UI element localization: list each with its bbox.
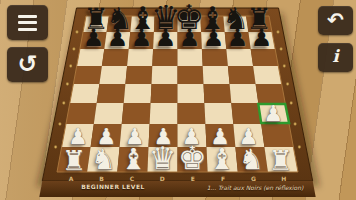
board-square[interactable] — [230, 84, 259, 103]
board-square[interactable] — [94, 103, 124, 124]
chess-piece-white-bishop[interactable]: ♝ — [120, 145, 146, 174]
brass-pin — [280, 48, 283, 51]
brass-pin — [62, 102, 65, 105]
board-square[interactable] — [178, 84, 205, 103]
undo-icon: ↶ — [327, 10, 344, 30]
file-letter: B — [99, 175, 104, 182]
chess-piece-black-pawn[interactable]: ♟ — [251, 26, 273, 50]
chess-piece-white-knight[interactable]: ♞ — [239, 146, 264, 174]
file-letter: G — [251, 175, 256, 182]
board-square[interactable] — [231, 103, 261, 124]
info-icon: i — [332, 48, 338, 65]
brass-pin — [76, 31, 79, 34]
chess-piece-white-pawn[interactable]: ♟ — [264, 103, 284, 125]
board-square[interactable] — [253, 66, 282, 84]
board-square[interactable] — [99, 66, 127, 84]
chess-piece-black-pawn[interactable]: ♟ — [227, 26, 249, 50]
chess-piece-white-rook[interactable]: ♜ — [62, 147, 86, 174]
board-square[interactable] — [70, 84, 100, 103]
board-square[interactable] — [228, 66, 256, 84]
board-square[interactable] — [150, 103, 178, 124]
board-front-face — [39, 181, 315, 197]
info-button[interactable]: i — [318, 43, 353, 72]
board-square[interactable] — [124, 84, 152, 103]
file-letter: C — [130, 175, 135, 182]
board-square[interactable] — [256, 84, 286, 103]
brass-pin — [286, 83, 289, 86]
board-square[interactable] — [73, 66, 102, 84]
brass-pin — [283, 65, 286, 68]
board-square[interactable] — [97, 84, 126, 103]
brass-pin — [66, 83, 69, 86]
chess-piece-white-rook[interactable]: ♜ — [269, 147, 293, 174]
brass-pin — [69, 65, 72, 68]
brass-pin — [294, 123, 297, 126]
board-square[interactable] — [204, 84, 232, 103]
board-square[interactable] — [261, 124, 293, 147]
chess-piece-white-bishop[interactable]: ♝ — [209, 145, 235, 174]
board-square[interactable] — [203, 66, 230, 84]
hamburger-icon — [18, 15, 37, 31]
chess-piece-black-pawn[interactable]: ♟ — [179, 26, 201, 50]
chess-piece-white-queen[interactable]: ♛ — [149, 143, 177, 174]
brass-pin — [54, 146, 57, 149]
chess-piece-black-pawn[interactable]: ♟ — [203, 26, 225, 50]
chess-app-screen: ABCDEFGH ♜♞♝♛♚♝♞♜♟♟♟♟♟♟♟♟♟♟♟♟♟♟♟♟♜♞♝♛♚♝♞… — [0, 0, 356, 200]
brass-pin — [73, 48, 76, 51]
board-square[interactable] — [125, 66, 152, 84]
chess-piece-white-knight[interactable]: ♞ — [91, 146, 116, 174]
brass-pin — [298, 146, 301, 149]
chess-piece-white-king[interactable]: ♚ — [178, 142, 207, 174]
board-square[interactable] — [178, 66, 204, 84]
brass-pin — [59, 123, 62, 126]
chess-piece-black-pawn[interactable]: ♟ — [155, 26, 177, 50]
chess-piece-black-pawn[interactable]: ♟ — [107, 26, 129, 50]
chess-piece-black-pawn[interactable]: ♟ — [83, 26, 105, 50]
brass-pin — [277, 31, 280, 34]
board-square[interactable] — [151, 84, 178, 103]
menu-button[interactable] — [7, 5, 48, 40]
file-letter: H — [281, 175, 286, 182]
board-square[interactable] — [122, 103, 151, 124]
board-square[interactable] — [66, 103, 97, 124]
chess-piece-black-pawn[interactable]: ♟ — [131, 26, 153, 50]
board-square[interactable] — [204, 103, 233, 124]
rotate-icon: ↺ — [17, 52, 37, 76]
file-letter: A — [69, 175, 74, 182]
board-square[interactable] — [178, 103, 206, 124]
file-letter: F — [221, 175, 225, 182]
board-square[interactable] — [152, 66, 178, 84]
brass-pin — [290, 102, 293, 105]
undo-move-button[interactable]: ↶ — [318, 6, 353, 35]
rotate-board-button[interactable]: ↺ — [7, 47, 48, 82]
